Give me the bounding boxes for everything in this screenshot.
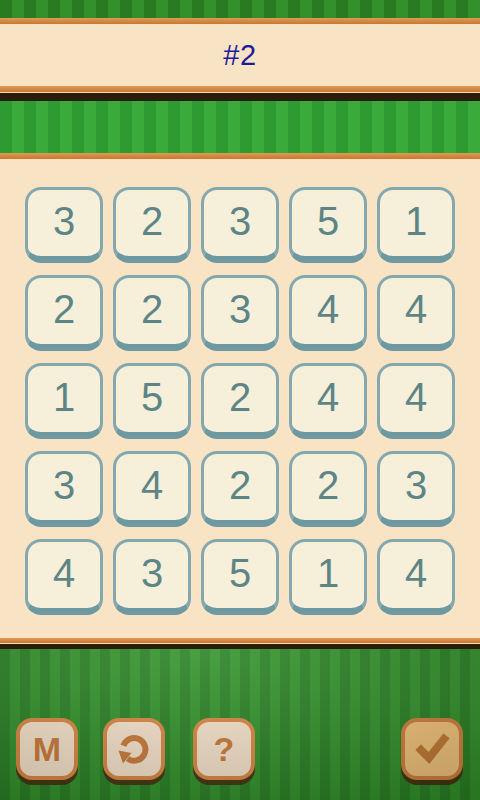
- tile-number: 1: [53, 377, 75, 417]
- tile-r3c1[interactable]: 1: [25, 363, 103, 439]
- restart-circular-arrow-icon: [114, 729, 154, 769]
- level-number-title: #2: [223, 39, 256, 72]
- board-grid: 3235122344152443422343514: [25, 187, 455, 615]
- tile-r3c5[interactable]: 4: [377, 363, 455, 439]
- tile-r4c2[interactable]: 4: [113, 451, 191, 527]
- checkmark-icon: [412, 729, 452, 769]
- tile-number: 3: [53, 465, 75, 505]
- tile-number: 3: [229, 201, 251, 241]
- tile-number: 2: [53, 289, 75, 329]
- confirm-button[interactable]: [401, 718, 463, 780]
- tile-number: 2: [229, 377, 251, 417]
- tile-number: 1: [405, 201, 427, 241]
- board-area: 3235122344152443422343514: [0, 159, 480, 638]
- question-mark-label: ?: [214, 732, 235, 766]
- tile-number: 4: [405, 553, 427, 593]
- tile-number: 3: [405, 465, 427, 505]
- tile-r3c4[interactable]: 4: [289, 363, 367, 439]
- restart-button[interactable]: [103, 718, 165, 780]
- tile-r1c2[interactable]: 2: [113, 187, 191, 263]
- tile-number: 1: [317, 553, 339, 593]
- separator-orange-under-header: [0, 86, 480, 93]
- tile-number: 2: [317, 465, 339, 505]
- tile-number: 4: [53, 553, 75, 593]
- tile-number: 4: [317, 377, 339, 417]
- tile-r2c1[interactable]: 2: [25, 275, 103, 351]
- tile-number: 2: [141, 289, 163, 329]
- bottom-toolbar-band: M ?: [0, 649, 480, 800]
- tile-number: 5: [317, 201, 339, 241]
- tile-r2c4[interactable]: 4: [289, 275, 367, 351]
- tile-r1c5[interactable]: 1: [377, 187, 455, 263]
- tile-number: 4: [405, 289, 427, 329]
- tile-number: 2: [229, 465, 251, 505]
- tile-r5c1[interactable]: 4: [25, 539, 103, 615]
- separator-dark-under-header: [0, 93, 480, 101]
- tile-r4c4[interactable]: 2: [289, 451, 367, 527]
- tile-r1c4[interactable]: 5: [289, 187, 367, 263]
- tile-number: 4: [317, 289, 339, 329]
- help-button[interactable]: ?: [193, 718, 255, 780]
- header-bar: #2: [0, 24, 480, 86]
- tile-r5c3[interactable]: 5: [201, 539, 279, 615]
- tile-r2c2[interactable]: 2: [113, 275, 191, 351]
- tile-r5c4[interactable]: 1: [289, 539, 367, 615]
- tile-number: 5: [141, 377, 163, 417]
- tile-r4c3[interactable]: 2: [201, 451, 279, 527]
- tile-r5c2[interactable]: 3: [113, 539, 191, 615]
- tile-r2c5[interactable]: 4: [377, 275, 455, 351]
- tile-number: 2: [141, 201, 163, 241]
- menu-button[interactable]: M: [16, 718, 78, 780]
- tile-number: 4: [405, 377, 427, 417]
- top-striped-band: [0, 0, 480, 18]
- middle-striped-band: [0, 101, 480, 153]
- tile-r4c1[interactable]: 3: [25, 451, 103, 527]
- tile-r1c1[interactable]: 3: [25, 187, 103, 263]
- tile-r5c5[interactable]: 4: [377, 539, 455, 615]
- tile-r4c5[interactable]: 3: [377, 451, 455, 527]
- tile-number: 3: [141, 553, 163, 593]
- tile-number: 5: [229, 553, 251, 593]
- tile-number: 4: [141, 465, 163, 505]
- tile-r3c2[interactable]: 5: [113, 363, 191, 439]
- tile-number: 3: [53, 201, 75, 241]
- app-screen: #2 3235122344152443422343514 M ?: [0, 0, 480, 800]
- tile-r1c3[interactable]: 3: [201, 187, 279, 263]
- menu-letter-label: M: [33, 732, 61, 766]
- tile-r2c3[interactable]: 3: [201, 275, 279, 351]
- tile-r3c3[interactable]: 2: [201, 363, 279, 439]
- tile-number: 3: [229, 289, 251, 329]
